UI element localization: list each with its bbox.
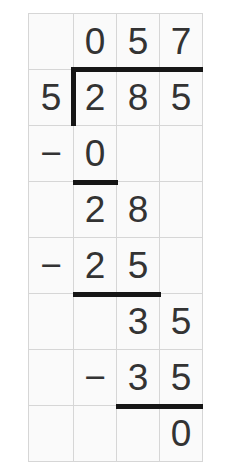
quotient-digit: 0	[74, 14, 117, 70]
grid-cell	[160, 182, 203, 238]
grid-cell	[29, 294, 74, 350]
long-division-diagram: 0 5 7 5 2 8 5 − 0 2 8 − 2 5 3 5 − 3 5 0	[0, 0, 238, 475]
minus-sign: −	[29, 238, 74, 294]
division-bracket-horizontal	[71, 67, 203, 72]
grid-cell	[117, 406, 160, 462]
grid-cell	[74, 406, 117, 462]
quotient-digit: 5	[117, 14, 160, 70]
grid-cell	[29, 14, 74, 70]
grid-cell	[160, 126, 203, 182]
step-digit: 8	[117, 182, 160, 238]
grid-cell	[29, 182, 74, 238]
subtraction-underline-step1	[73, 180, 118, 185]
grid-cell	[29, 350, 74, 406]
minus-sign: −	[29, 126, 74, 182]
step-digit: 5	[160, 350, 203, 406]
step-digit: 5	[117, 238, 160, 294]
minus-sign: −	[74, 350, 117, 406]
grid-cell	[160, 238, 203, 294]
remainder-digit: 0	[160, 406, 203, 462]
step-digit: 0	[74, 126, 117, 182]
grid-cell	[117, 126, 160, 182]
dividend-digit: 2	[74, 70, 117, 126]
dividend-digit: 5	[160, 70, 203, 126]
division-bracket-vertical	[71, 67, 76, 126]
step-digit: 3	[117, 350, 160, 406]
dividend-digit: 8	[117, 70, 160, 126]
step-digit: 2	[74, 238, 117, 294]
step-digit: 3	[117, 294, 160, 350]
divisor-digit: 5	[29, 70, 74, 126]
grid-cell	[74, 294, 117, 350]
subtraction-underline-step3	[116, 404, 203, 409]
step-digit: 5	[160, 294, 203, 350]
grid-cell	[29, 406, 74, 462]
quotient-digit: 7	[160, 14, 203, 70]
step-digit: 2	[74, 182, 117, 238]
subtraction-underline-step2	[73, 292, 161, 297]
long-division-grid: 0 5 7 5 2 8 5 − 0 2 8 − 2 5 3 5 − 3 5 0	[28, 13, 203, 462]
